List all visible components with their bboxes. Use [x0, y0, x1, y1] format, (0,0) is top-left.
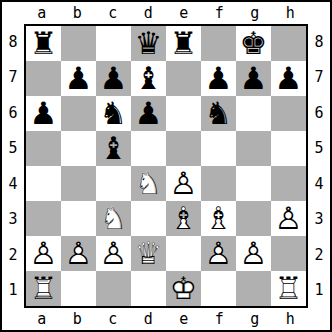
square-b5[interactable] — [61, 131, 96, 166]
square-b6[interactable] — [61, 96, 96, 131]
square-c3[interactable]: ♞♘ — [96, 201, 131, 236]
square-f7[interactable]: ♟ — [201, 61, 236, 96]
white-queen-d2[interactable]: ♛♕ — [131, 236, 166, 271]
file-label-d: d — [131, 308, 167, 330]
square-c1[interactable] — [96, 271, 131, 306]
rank-label-4: 4 — [2, 166, 24, 202]
file-label-f: f — [202, 308, 238, 330]
rank-labels-right: 87654321 — [308, 24, 330, 308]
white-piece-outline: ♘ — [100, 201, 128, 236]
white-piece-outline: ♙ — [170, 166, 198, 201]
square-c4[interactable] — [96, 166, 131, 201]
black-king-g8[interactable]: ♚ — [236, 26, 271, 61]
white-piece-outline: ♙ — [100, 236, 128, 271]
square-d2[interactable]: ♛♕ — [131, 236, 166, 271]
rank-label-3: 3 — [308, 202, 330, 238]
white-piece-outline: ♕ — [135, 236, 163, 271]
black-pawn-g7[interactable]: ♟ — [236, 61, 271, 96]
rank-label-6: 6 — [308, 95, 330, 131]
rank-label-5: 5 — [308, 131, 330, 167]
file-label-b: b — [60, 2, 96, 24]
file-label-c: c — [95, 308, 131, 330]
file-label-h: h — [273, 2, 309, 24]
file-labels-top: abcdefgh — [24, 2, 308, 24]
square-g4[interactable] — [236, 166, 271, 201]
square-f1[interactable] — [201, 271, 236, 306]
chess-board[interactable]: ♜♛♜♚♟♟♝♟♟♟♟♞♟♞♝♞♘♟♙♞♘♝♗♝♗♟♙♟♙♟♙♟♙♛♕♟♙♟♙♜… — [24, 24, 308, 308]
file-label-e: e — [166, 2, 202, 24]
square-g8[interactable]: ♚ — [236, 26, 271, 61]
chessboard-diagram: abcdefgh abcdefgh 87654321 87654321 ♜♛♜♚… — [0, 0, 332, 332]
square-b3[interactable] — [61, 201, 96, 236]
square-h4[interactable] — [271, 166, 306, 201]
square-g7[interactable]: ♟ — [236, 61, 271, 96]
rank-labels-left: 87654321 — [2, 24, 24, 308]
rank-label-8: 8 — [308, 24, 330, 60]
white-piece-outline: ♔ — [170, 271, 198, 306]
white-pawn-e4[interactable]: ♟♙ — [166, 166, 201, 201]
square-b4[interactable] — [61, 166, 96, 201]
square-c7[interactable]: ♟ — [96, 61, 131, 96]
square-g5[interactable] — [236, 131, 271, 166]
square-e7[interactable] — [166, 61, 201, 96]
square-b2[interactable]: ♟♙ — [61, 236, 96, 271]
white-pawn-h3[interactable]: ♟♙ — [271, 201, 306, 236]
rank-label-8: 8 — [2, 24, 24, 60]
square-a8[interactable]: ♜ — [26, 26, 61, 61]
square-b1[interactable] — [61, 271, 96, 306]
square-h3[interactable]: ♟♙ — [271, 201, 306, 236]
black-pawn-h7[interactable]: ♟ — [271, 61, 306, 96]
square-g1[interactable] — [236, 271, 271, 306]
square-e3[interactable]: ♝♗ — [166, 201, 201, 236]
square-d1[interactable] — [131, 271, 166, 306]
black-bishop-c5[interactable]: ♝ — [96, 131, 131, 166]
black-queen-d8[interactable]: ♛ — [131, 26, 166, 61]
black-knight-f6[interactable]: ♞ — [201, 96, 236, 131]
square-a4[interactable] — [26, 166, 61, 201]
white-bishop-e3[interactable]: ♝♗ — [166, 201, 201, 236]
white-knight-d4[interactable]: ♞♘ — [131, 166, 166, 201]
file-label-f: f — [202, 2, 238, 24]
file-label-c: c — [95, 2, 131, 24]
square-g6[interactable] — [236, 96, 271, 131]
square-f6[interactable]: ♞ — [201, 96, 236, 131]
square-h5[interactable] — [271, 131, 306, 166]
square-e4[interactable]: ♟♙ — [166, 166, 201, 201]
black-pawn-d6[interactable]: ♟ — [131, 96, 166, 131]
square-h2[interactable] — [271, 236, 306, 271]
rank-label-1: 1 — [2, 273, 24, 309]
file-label-d: d — [131, 2, 167, 24]
white-pawn-a2[interactable]: ♟♙ — [26, 236, 61, 271]
file-label-g: g — [237, 2, 273, 24]
white-piece-outline: ♖ — [275, 271, 303, 306]
black-pawn-f7[interactable]: ♟ — [201, 61, 236, 96]
square-h8[interactable] — [271, 26, 306, 61]
file-label-g: g — [237, 308, 273, 330]
square-f4[interactable] — [201, 166, 236, 201]
white-pawn-f2[interactable]: ♟♙ — [201, 236, 236, 271]
black-bishop-d7[interactable]: ♝ — [131, 61, 166, 96]
square-d4[interactable]: ♞♘ — [131, 166, 166, 201]
square-g2[interactable]: ♟♙ — [236, 236, 271, 271]
square-e5[interactable] — [166, 131, 201, 166]
square-c8[interactable] — [96, 26, 131, 61]
black-pawn-b7[interactable]: ♟ — [61, 61, 96, 96]
square-e6[interactable] — [166, 96, 201, 131]
file-label-a: a — [24, 308, 60, 330]
square-d8[interactable]: ♛ — [131, 26, 166, 61]
square-e8[interactable]: ♜ — [166, 26, 201, 61]
square-d3[interactable] — [131, 201, 166, 236]
square-f3[interactable]: ♝♗ — [201, 201, 236, 236]
white-rook-h1[interactable]: ♜♖ — [271, 271, 306, 306]
white-piece-outline: ♖ — [30, 271, 58, 306]
square-c5[interactable]: ♝ — [96, 131, 131, 166]
black-knight-c6[interactable]: ♞ — [96, 96, 131, 131]
square-b7[interactable]: ♟ — [61, 61, 96, 96]
square-e2[interactable] — [166, 236, 201, 271]
square-d6[interactable]: ♟ — [131, 96, 166, 131]
square-d7[interactable]: ♝ — [131, 61, 166, 96]
square-h7[interactable]: ♟ — [271, 61, 306, 96]
square-d5[interactable] — [131, 131, 166, 166]
black-rook-e8[interactable]: ♜ — [166, 26, 201, 61]
white-piece-outline: ♗ — [170, 201, 198, 236]
white-pawn-b2[interactable]: ♟♙ — [61, 236, 96, 271]
square-a6[interactable]: ♟ — [26, 96, 61, 131]
file-label-h: h — [273, 308, 309, 330]
white-piece-outline: ♙ — [205, 236, 233, 271]
square-g3[interactable] — [236, 201, 271, 236]
square-e1[interactable]: ♚♔ — [166, 271, 201, 306]
white-knight-c3[interactable]: ♞♘ — [96, 201, 131, 236]
black-pawn-a6[interactable]: ♟ — [26, 96, 61, 131]
white-piece-outline: ♙ — [30, 236, 58, 271]
black-pawn-c7[interactable]: ♟ — [96, 61, 131, 96]
square-c2[interactable]: ♟♙ — [96, 236, 131, 271]
rank-label-7: 7 — [308, 60, 330, 96]
white-bishop-f3[interactable]: ♝♗ — [201, 201, 236, 236]
rank-label-4: 4 — [308, 166, 330, 202]
white-piece-outline: ♙ — [275, 201, 303, 236]
white-king-e1[interactable]: ♚♔ — [166, 271, 201, 306]
white-piece-outline: ♘ — [135, 166, 163, 201]
square-f2[interactable]: ♟♙ — [201, 236, 236, 271]
square-a3[interactable] — [26, 201, 61, 236]
square-a7[interactable] — [26, 61, 61, 96]
black-rook-a8[interactable]: ♜ — [26, 26, 61, 61]
file-label-e: e — [166, 308, 202, 330]
square-b8[interactable] — [61, 26, 96, 61]
square-f8[interactable] — [201, 26, 236, 61]
square-a5[interactable] — [26, 131, 61, 166]
white-piece-outline: ♗ — [205, 201, 233, 236]
file-label-a: a — [24, 2, 60, 24]
rank-label-5: 5 — [2, 131, 24, 167]
rank-label-7: 7 — [2, 60, 24, 96]
white-piece-outline: ♙ — [240, 236, 268, 271]
rank-label-6: 6 — [2, 95, 24, 131]
rank-label-1: 1 — [308, 273, 330, 309]
white-piece-outline: ♙ — [65, 236, 93, 271]
square-h6[interactable] — [271, 96, 306, 131]
square-h1[interactable]: ♜♖ — [271, 271, 306, 306]
white-rook-a1[interactable]: ♜♖ — [26, 271, 61, 306]
rank-label-2: 2 — [308, 237, 330, 273]
square-a2[interactable]: ♟♙ — [26, 236, 61, 271]
rank-label-2: 2 — [2, 237, 24, 273]
square-f5[interactable] — [201, 131, 236, 166]
square-a1[interactable]: ♜♖ — [26, 271, 61, 306]
square-c6[interactable]: ♞ — [96, 96, 131, 131]
file-labels-bottom: abcdefgh — [24, 308, 308, 330]
file-label-b: b — [60, 308, 96, 330]
rank-label-3: 3 — [2, 202, 24, 238]
white-pawn-g2[interactable]: ♟♙ — [236, 236, 271, 271]
white-pawn-c2[interactable]: ♟♙ — [96, 236, 131, 271]
